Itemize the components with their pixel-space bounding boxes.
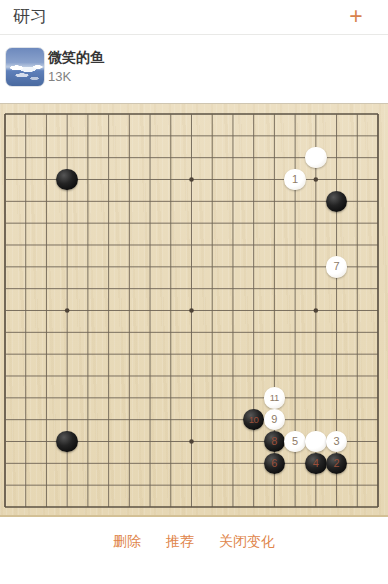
star-point: [314, 177, 319, 182]
star-point: [65, 439, 70, 444]
app-screen: 研习 + 微笑的鱼 13K 1711109853642 删除 推荐 关闭变化: [0, 0, 388, 584]
page-title: 研习: [13, 0, 47, 34]
go-board-grid: [0, 104, 388, 518]
recommend-button[interactable]: 推荐: [166, 533, 194, 551]
top-bar: 研习 +: [0, 0, 388, 35]
close-variation-button[interactable]: 关闭变化: [219, 533, 275, 551]
star-point: [65, 308, 70, 313]
add-icon[interactable]: +: [344, 0, 368, 33]
study-title: 微笑的鱼: [48, 49, 104, 67]
delete-button[interactable]: 删除: [113, 533, 141, 551]
action-buttons-row: 删除 推荐 关闭变化: [0, 517, 388, 551]
study-thumbnail-image: [5, 47, 45, 87]
go-board[interactable]: 1711109853642: [0, 103, 388, 517]
star-point: [314, 308, 319, 313]
bottom-action-bar: 删除 推荐 关闭变化: [0, 517, 388, 584]
star-point: [189, 439, 194, 444]
star-point: [189, 177, 194, 182]
star-point: [189, 308, 194, 313]
star-point: [314, 439, 319, 444]
star-point: [65, 177, 70, 182]
study-list-item[interactable]: 微笑的鱼 13K: [0, 35, 388, 103]
study-rank-label: 13K: [48, 69, 71, 84]
